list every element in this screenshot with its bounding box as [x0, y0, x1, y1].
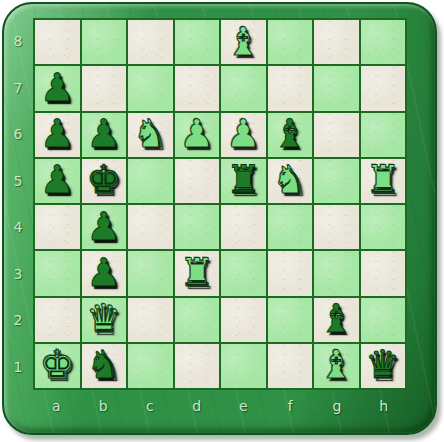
square-b6[interactable]: ♟ [82, 113, 127, 157]
square-e4[interactable] [221, 205, 266, 249]
rank-label-1: 1 [4, 344, 32, 391]
square-b5[interactable]: ♚ [82, 159, 127, 203]
square-e7[interactable] [221, 66, 266, 110]
square-e8[interactable]: ♝ [221, 20, 266, 64]
square-g6[interactable] [314, 113, 359, 157]
square-c4[interactable] [128, 205, 173, 249]
square-h5[interactable]: ♜ [361, 159, 406, 203]
square-b2[interactable]: ♛ [82, 298, 127, 342]
rank-label-8: 8 [4, 18, 32, 65]
square-c8[interactable] [128, 20, 173, 64]
square-g4[interactable] [314, 205, 359, 249]
square-c6[interactable]: ♞ [128, 113, 173, 157]
square-h1[interactable]: ♛ [361, 344, 406, 388]
file-coordinates: abcdefgh [33, 392, 407, 420]
dark-pawn-piece[interactable]: ♟ [40, 68, 75, 107]
square-d5[interactable] [175, 159, 220, 203]
square-f4[interactable] [268, 205, 313, 249]
light-bishop-piece[interactable]: ♝ [226, 22, 261, 61]
rank-label-2: 2 [4, 297, 32, 344]
square-a8[interactable] [35, 20, 80, 64]
square-d3[interactable]: ♜ [175, 251, 220, 295]
square-h3[interactable] [361, 251, 406, 295]
rank-label-3: 3 [4, 251, 32, 298]
square-a4[interactable] [35, 205, 80, 249]
square-h2[interactable] [361, 298, 406, 342]
dark-bishop-piece[interactable]: ♝ [319, 299, 354, 338]
dark-king-piece[interactable]: ♚ [86, 160, 121, 199]
square-e1[interactable] [221, 344, 266, 388]
square-a7[interactable]: ♟ [35, 66, 80, 110]
square-a6[interactable]: ♟ [35, 113, 80, 157]
file-label-d: d [173, 392, 220, 420]
light-rook-piece[interactable]: ♜ [179, 253, 214, 292]
file-label-c: c [127, 392, 174, 420]
square-c5[interactable] [128, 159, 173, 203]
square-d2[interactable] [175, 298, 220, 342]
square-b7[interactable] [82, 66, 127, 110]
dark-bishop-piece[interactable]: ♝ [272, 114, 307, 153]
rank-label-5: 5 [4, 158, 32, 205]
square-e5[interactable]: ♜ [221, 159, 266, 203]
square-g7[interactable] [314, 66, 359, 110]
square-d1[interactable] [175, 344, 220, 388]
rank-label-6: 6 [4, 111, 32, 158]
dark-pawn-piece[interactable]: ♟ [40, 160, 75, 199]
square-a3[interactable] [35, 251, 80, 295]
dark-knight-piece[interactable]: ♞ [86, 345, 121, 384]
square-g3[interactable] [314, 251, 359, 295]
rank-label-7: 7 [4, 65, 32, 112]
square-a5[interactable]: ♟ [35, 159, 80, 203]
square-h6[interactable] [361, 113, 406, 157]
square-f8[interactable] [268, 20, 313, 64]
square-b3[interactable]: ♟ [82, 251, 127, 295]
square-f3[interactable] [268, 251, 313, 295]
light-rook-piece[interactable]: ♜ [365, 160, 400, 199]
square-f6[interactable]: ♝ [268, 113, 313, 157]
file-label-b: b [80, 392, 127, 420]
light-knight-piece[interactable]: ♞ [272, 160, 307, 199]
square-g8[interactable] [314, 20, 359, 64]
square-h8[interactable] [361, 20, 406, 64]
light-king-piece[interactable]: ♚ [40, 345, 75, 384]
file-label-f: f [267, 392, 314, 420]
light-pawn-piece[interactable]: ♟ [179, 114, 214, 153]
light-knight-piece[interactable]: ♞ [133, 114, 168, 153]
file-label-h: h [360, 392, 407, 420]
square-g5[interactable] [314, 159, 359, 203]
square-b1[interactable]: ♞ [82, 344, 127, 388]
square-f5[interactable]: ♞ [268, 159, 313, 203]
square-c2[interactable] [128, 298, 173, 342]
square-d8[interactable] [175, 20, 220, 64]
file-label-e: e [220, 392, 267, 420]
square-e6[interactable]: ♟ [221, 113, 266, 157]
square-e2[interactable] [221, 298, 266, 342]
square-g1[interactable]: ♝ [314, 344, 359, 388]
square-c7[interactable] [128, 66, 173, 110]
square-b8[interactable] [82, 20, 127, 64]
rank-label-4: 4 [4, 204, 32, 251]
rank-coordinates: 87654321 [4, 18, 32, 390]
square-c1[interactable] [128, 344, 173, 388]
file-label-a: a [33, 392, 80, 420]
square-h7[interactable] [361, 66, 406, 110]
square-d4[interactable] [175, 205, 220, 249]
square-h4[interactable] [361, 205, 406, 249]
square-d6[interactable]: ♟ [175, 113, 220, 157]
light-queen-piece[interactable]: ♛ [86, 299, 121, 338]
light-bishop-piece[interactable]: ♝ [319, 345, 354, 384]
square-b4[interactable]: ♟ [82, 205, 127, 249]
dark-pawn-piece[interactable]: ♟ [40, 114, 75, 153]
dark-queen-piece[interactable]: ♛ [365, 345, 400, 384]
dark-pawn-piece[interactable]: ♟ [86, 114, 121, 153]
square-d7[interactable] [175, 66, 220, 110]
square-f7[interactable] [268, 66, 313, 110]
square-c3[interactable] [128, 251, 173, 295]
file-label-g: g [314, 392, 361, 420]
chess-board[interactable]: ♝♟♟♟♞♟♟♝♟♚♜♞♜♟♟♜♛♝♚♞♝♛ [33, 18, 407, 390]
square-f1[interactable] [268, 344, 313, 388]
dark-rook-piece[interactable]: ♜ [226, 160, 261, 199]
dark-pawn-piece[interactable]: ♟ [86, 253, 121, 292]
square-f2[interactable] [268, 298, 313, 342]
dark-pawn-piece[interactable]: ♟ [86, 207, 121, 246]
square-a1[interactable]: ♚ [35, 344, 80, 388]
square-e3[interactable] [221, 251, 266, 295]
light-pawn-piece[interactable]: ♟ [226, 114, 261, 153]
square-g2[interactable]: ♝ [314, 298, 359, 342]
square-a2[interactable] [35, 298, 80, 342]
